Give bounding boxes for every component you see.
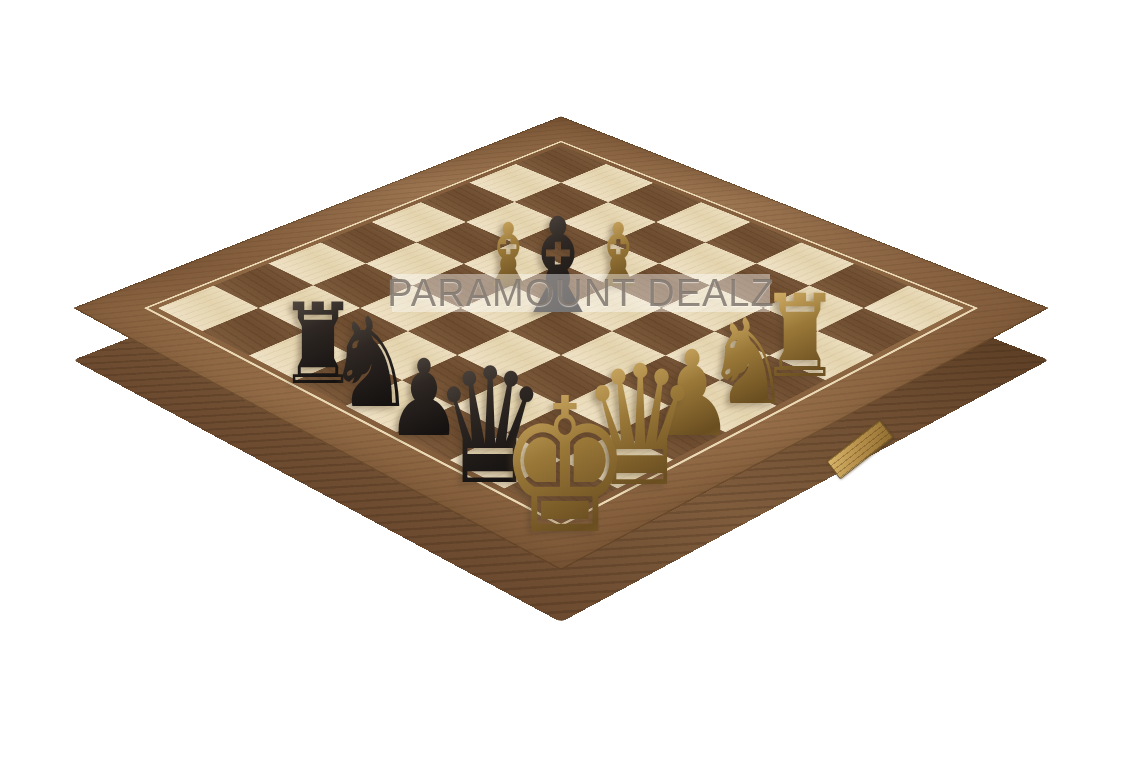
watermark-text: PARAMOUNT DEALZ	[387, 272, 774, 315]
product-photo-stage: ♝♝♝♜♞♟♛♚♛♟♞♜ PARAMOUNT DEALZ	[0, 0, 1140, 760]
watermark-band: PARAMOUNT DEALZ	[392, 274, 770, 312]
piece-layer: ♝♝♝♜♞♟♛♚♛♟♞♜	[0, 0, 1140, 760]
piece-white-king-b2[interactable]: ♚	[498, 374, 631, 560]
